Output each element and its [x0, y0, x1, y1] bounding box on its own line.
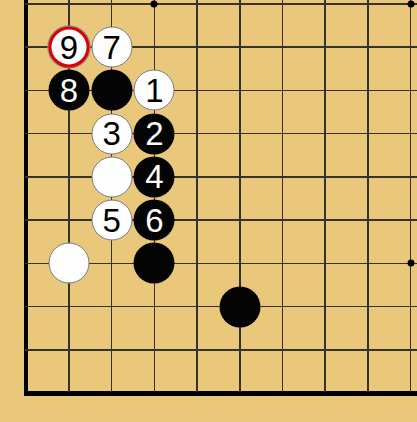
grid-line-vertical: [367, 0, 369, 392]
grid-line-horizontal: [25, 176, 417, 178]
stone-move-number: 7: [102, 30, 120, 64]
board-bottom-edge: [24, 391, 417, 396]
stone-black-move-2: 2: [134, 113, 175, 154]
stone-white-move-9: 9: [48, 27, 89, 68]
stone-move-number: 8: [60, 73, 78, 107]
grid-line-vertical: [239, 0, 241, 392]
stone-white-c6: [91, 156, 132, 197]
stone-move-number: 9: [60, 30, 78, 64]
stone-white-move-7: 7: [91, 27, 132, 68]
grid-line-horizontal: [25, 219, 417, 221]
stone-move-number: 4: [145, 160, 163, 194]
stone-move-number: 3: [102, 117, 120, 151]
stone-move-number: 1: [145, 73, 163, 107]
stone-white-move-1: 1: [134, 70, 175, 111]
grid-line-vertical: [324, 0, 326, 392]
board-left-edge: [24, 0, 28, 396]
stone-black-f3: [219, 286, 260, 327]
star-point: [151, 1, 158, 8]
go-board-diagram: 978132456: [0, 0, 417, 422]
grid-line-horizontal: [25, 133, 417, 135]
grid-line-horizontal: [25, 349, 417, 351]
stone-move-number: 6: [145, 203, 163, 237]
grid-line-vertical: [282, 0, 284, 392]
stone-white-move-5: 5: [91, 200, 132, 241]
stone-move-number: 2: [145, 117, 163, 151]
stone-white-move-3: 3: [91, 113, 132, 154]
stone-white-b4: [48, 243, 89, 284]
stone-black-move-6: 6: [134, 200, 175, 241]
stone-black-d4: [134, 243, 175, 284]
stone-black-move-4: 4: [134, 156, 175, 197]
stone-black-move-8: 8: [48, 70, 89, 111]
star-point: [407, 1, 414, 8]
grid-line-vertical: [410, 0, 412, 392]
go-board: 978132456: [0, 0, 417, 422]
star-point: [407, 260, 414, 267]
grid-line-vertical: [196, 0, 198, 392]
stone-move-number: 5: [102, 203, 120, 237]
grid-line-horizontal: [25, 3, 417, 5]
stone-black-c8: [91, 70, 132, 111]
